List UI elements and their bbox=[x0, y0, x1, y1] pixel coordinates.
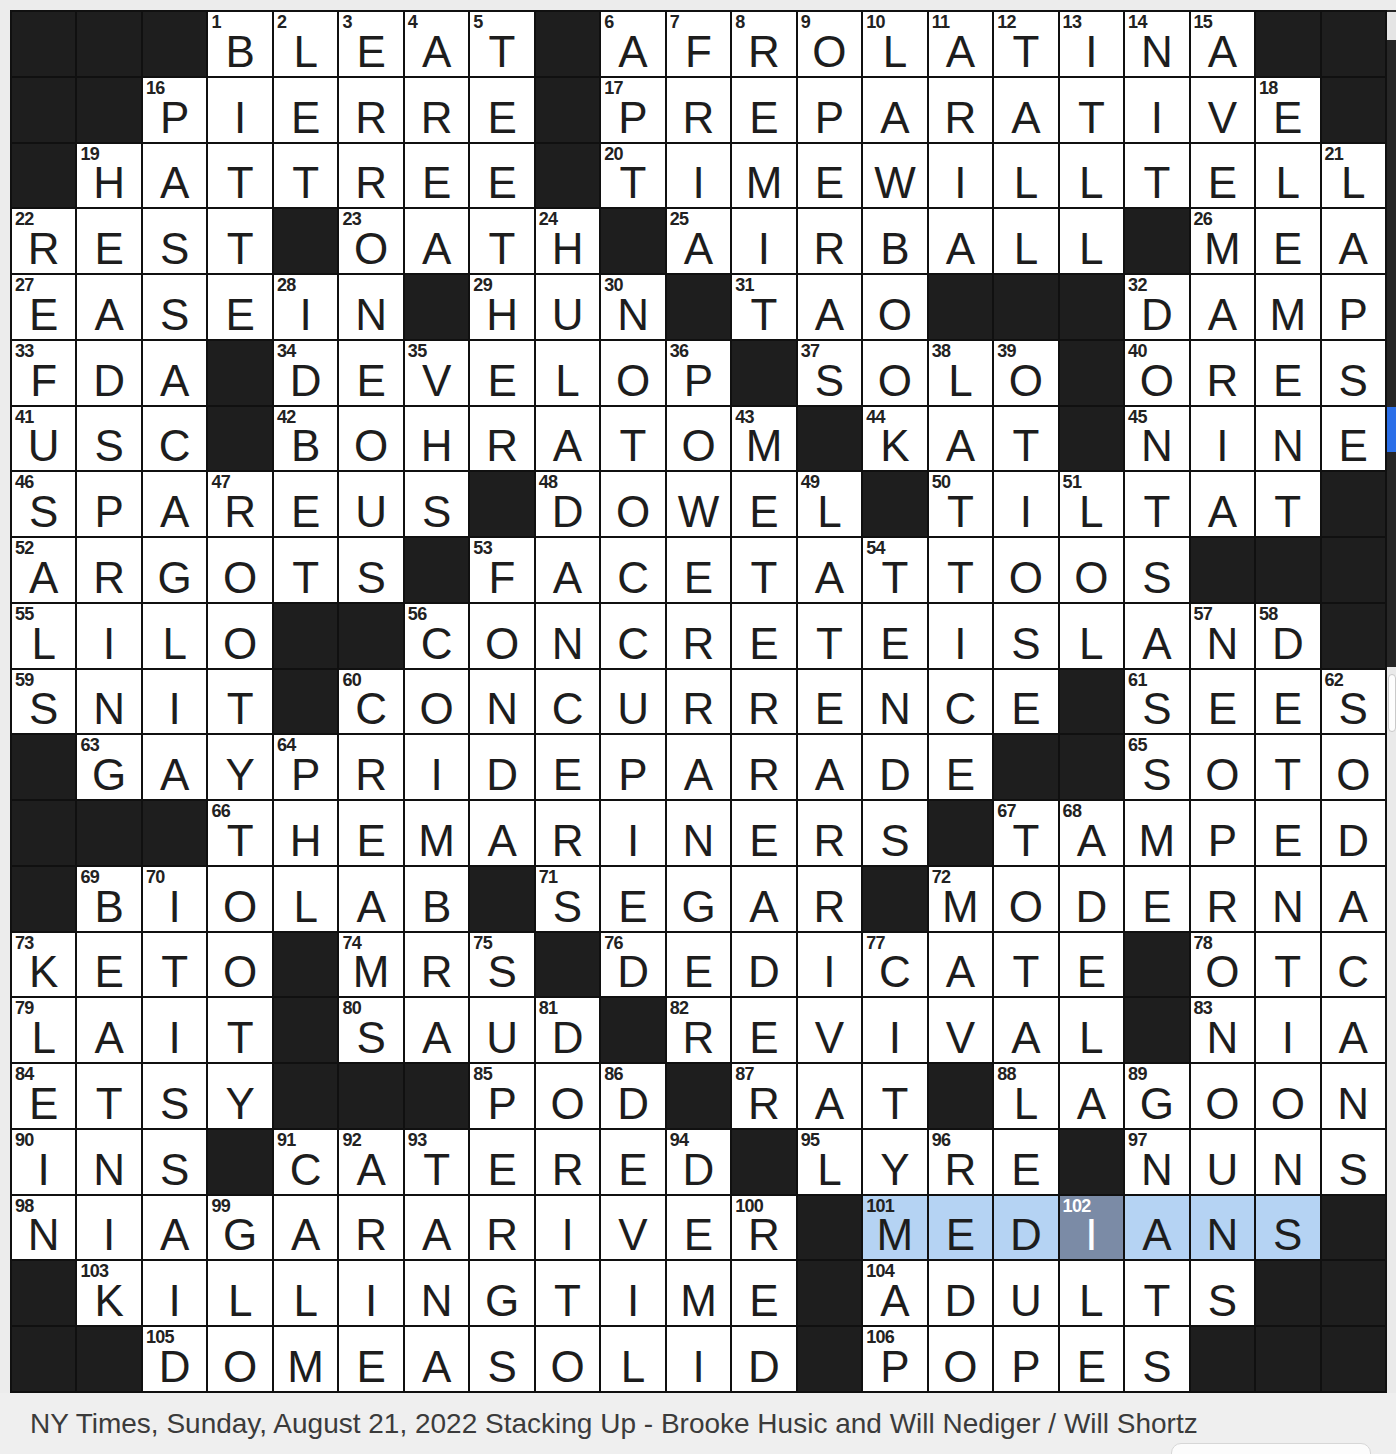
cell-r1c7[interactable]: 4A bbox=[405, 12, 468, 76]
cell-r4c3[interactable]: S bbox=[143, 209, 206, 273]
cell-r11c14[interactable]: N bbox=[863, 670, 926, 734]
cell-r6c21[interactable]: S bbox=[1322, 341, 1385, 405]
cell-r5c1[interactable]: 27E bbox=[12, 275, 75, 339]
cell-r4c12[interactable]: I bbox=[732, 209, 795, 273]
cell-r15c7[interactable]: R bbox=[405, 933, 468, 997]
cell-r11c4[interactable]: T bbox=[208, 670, 271, 734]
cell-r8c5[interactable]: E bbox=[274, 472, 337, 536]
cell-r20c10[interactable]: I bbox=[601, 1261, 664, 1325]
cell-r11c21[interactable]: 62S bbox=[1322, 670, 1385, 734]
cell-r12c7[interactable]: I bbox=[405, 735, 468, 799]
cell-r1c10[interactable]: 6A bbox=[601, 12, 664, 76]
cell-r8c18[interactable]: T bbox=[1125, 472, 1188, 536]
cell-r16c9[interactable]: 81D bbox=[536, 998, 599, 1062]
cell-r15c21[interactable]: C bbox=[1322, 933, 1385, 997]
cell-r3c11[interactable]: I bbox=[667, 144, 730, 208]
cell-r9c14[interactable]: 54T bbox=[863, 538, 926, 602]
cell-r2c18[interactable]: I bbox=[1125, 78, 1188, 142]
cell-r12c15[interactable]: E bbox=[929, 735, 992, 799]
cell-r16c15[interactable]: V bbox=[929, 998, 992, 1062]
cell-r21c16[interactable]: P bbox=[994, 1327, 1057, 1391]
cell-r4c6[interactable]: 23O bbox=[339, 209, 402, 273]
cell-r11c13[interactable]: E bbox=[798, 670, 861, 734]
cell-r18c21[interactable]: S bbox=[1322, 1130, 1385, 1194]
cell-r8c17[interactable]: 51L bbox=[1060, 472, 1123, 536]
cell-r10c19[interactable]: 57N bbox=[1191, 604, 1254, 668]
cell-r10c20[interactable]: 58D bbox=[1256, 604, 1319, 668]
cell-r16c13[interactable]: V bbox=[798, 998, 861, 1062]
cell-r15c14[interactable]: 77C bbox=[863, 933, 926, 997]
cell-r12c2[interactable]: 63G bbox=[77, 735, 140, 799]
cell-r12c19[interactable]: O bbox=[1191, 735, 1254, 799]
cell-r21c11[interactable]: I bbox=[667, 1327, 730, 1391]
cell-r21c5[interactable]: M bbox=[274, 1327, 337, 1391]
cell-r10c10[interactable]: C bbox=[601, 604, 664, 668]
cell-r7c11[interactable]: O bbox=[667, 407, 730, 471]
cell-r18c16[interactable]: E bbox=[994, 1130, 1057, 1194]
cell-r9c10[interactable]: C bbox=[601, 538, 664, 602]
cell-r19c18[interactable]: A bbox=[1125, 1196, 1188, 1260]
cell-r3c14[interactable]: W bbox=[863, 144, 926, 208]
cell-r13c6[interactable]: E bbox=[339, 801, 402, 865]
cell-r13c10[interactable]: I bbox=[601, 801, 664, 865]
cell-r15c17[interactable]: E bbox=[1060, 933, 1123, 997]
cell-r3c10[interactable]: 20T bbox=[601, 144, 664, 208]
cell-r16c6[interactable]: 80S bbox=[339, 998, 402, 1062]
cell-r14c16[interactable]: O bbox=[994, 867, 1057, 931]
cell-r12c6[interactable]: R bbox=[339, 735, 402, 799]
cell-r18c9[interactable]: R bbox=[536, 1130, 599, 1194]
cell-r10c15[interactable]: I bbox=[929, 604, 992, 668]
cell-r8c4[interactable]: 47R bbox=[208, 472, 271, 536]
cell-r15c1[interactable]: 73K bbox=[12, 933, 75, 997]
cell-r14c6[interactable]: A bbox=[339, 867, 402, 931]
cell-r5c9[interactable]: U bbox=[536, 275, 599, 339]
cell-r2c10[interactable]: 17P bbox=[601, 78, 664, 142]
cell-r18c6[interactable]: 92A bbox=[339, 1130, 402, 1194]
cell-r13c12[interactable]: E bbox=[732, 801, 795, 865]
cell-r12c3[interactable]: A bbox=[143, 735, 206, 799]
cell-r3c4[interactable]: T bbox=[208, 144, 271, 208]
cell-r8c3[interactable]: A bbox=[143, 472, 206, 536]
cell-r3c15[interactable]: I bbox=[929, 144, 992, 208]
cell-r21c9[interactable]: O bbox=[536, 1327, 599, 1391]
cell-r19c16[interactable]: D bbox=[994, 1196, 1057, 1260]
cell-r15c19[interactable]: 78O bbox=[1191, 933, 1254, 997]
cell-r8c12[interactable]: E bbox=[732, 472, 795, 536]
cell-r15c2[interactable]: E bbox=[77, 933, 140, 997]
cell-r2c15[interactable]: R bbox=[929, 78, 992, 142]
cell-r14c13[interactable]: R bbox=[798, 867, 861, 931]
cell-r12c10[interactable]: P bbox=[601, 735, 664, 799]
cell-r17c1[interactable]: 84E bbox=[12, 1064, 75, 1128]
cell-r19c19[interactable]: N bbox=[1191, 1196, 1254, 1260]
cell-r3c19[interactable]: E bbox=[1191, 144, 1254, 208]
cell-r7c15[interactable]: A bbox=[929, 407, 992, 471]
cell-r12c11[interactable]: A bbox=[667, 735, 730, 799]
cell-r7c6[interactable]: O bbox=[339, 407, 402, 471]
cell-r21c10[interactable]: L bbox=[601, 1327, 664, 1391]
cell-r4c20[interactable]: E bbox=[1256, 209, 1319, 273]
cell-r13c14[interactable]: S bbox=[863, 801, 926, 865]
cell-r7c20[interactable]: N bbox=[1256, 407, 1319, 471]
cell-r9c4[interactable]: O bbox=[208, 538, 271, 602]
cell-r14c2[interactable]: 69B bbox=[77, 867, 140, 931]
cell-r16c20[interactable]: I bbox=[1256, 998, 1319, 1062]
cell-r7c8[interactable]: R bbox=[470, 407, 533, 471]
cell-r19c17[interactable]: 102I bbox=[1060, 1196, 1123, 1260]
cell-r10c7[interactable]: 56C bbox=[405, 604, 468, 668]
cell-r7c7[interactable]: H bbox=[405, 407, 468, 471]
cell-r20c5[interactable]: L bbox=[274, 1261, 337, 1325]
cell-r15c4[interactable]: O bbox=[208, 933, 271, 997]
cell-r6c9[interactable]: L bbox=[536, 341, 599, 405]
cell-r11c10[interactable]: U bbox=[601, 670, 664, 734]
cell-r3c16[interactable]: L bbox=[994, 144, 1057, 208]
cell-r12c13[interactable]: A bbox=[798, 735, 861, 799]
cell-r3c5[interactable]: T bbox=[274, 144, 337, 208]
cell-r6c2[interactable]: D bbox=[77, 341, 140, 405]
cell-r3c8[interactable]: E bbox=[470, 144, 533, 208]
cell-r4c2[interactable]: E bbox=[77, 209, 140, 273]
cell-r7c2[interactable]: S bbox=[77, 407, 140, 471]
cell-r12c8[interactable]: D bbox=[470, 735, 533, 799]
cell-r7c12[interactable]: 43M bbox=[732, 407, 795, 471]
cell-r5c18[interactable]: 32D bbox=[1125, 275, 1188, 339]
cell-r5c6[interactable]: N bbox=[339, 275, 402, 339]
cell-r11c6[interactable]: 60C bbox=[339, 670, 402, 734]
cell-r16c2[interactable]: A bbox=[77, 998, 140, 1062]
cell-r3c17[interactable]: L bbox=[1060, 144, 1123, 208]
cell-r13c13[interactable]: R bbox=[798, 801, 861, 865]
cell-r16c3[interactable]: I bbox=[143, 998, 206, 1062]
cell-r9c13[interactable]: A bbox=[798, 538, 861, 602]
cell-r2c11[interactable]: R bbox=[667, 78, 730, 142]
cell-r7c1[interactable]: 41U bbox=[12, 407, 75, 471]
crossword-grid[interactable]: 1B2L3E4A5T6A7F8R9O10L11A12T13I14N15A16PI… bbox=[10, 10, 1387, 1393]
cell-r21c6[interactable]: E bbox=[339, 1327, 402, 1391]
cell-r17c8[interactable]: 85P bbox=[470, 1064, 533, 1128]
cell-r14c7[interactable]: B bbox=[405, 867, 468, 931]
cell-r2c3[interactable]: 16P bbox=[143, 78, 206, 142]
cell-r16c7[interactable]: A bbox=[405, 998, 468, 1062]
cell-r10c13[interactable]: T bbox=[798, 604, 861, 668]
cell-r1c11[interactable]: 7F bbox=[667, 12, 730, 76]
cell-r20c18[interactable]: T bbox=[1125, 1261, 1188, 1325]
cell-r5c20[interactable]: M bbox=[1256, 275, 1319, 339]
cell-r15c3[interactable]: T bbox=[143, 933, 206, 997]
cell-r13c11[interactable]: N bbox=[667, 801, 730, 865]
cell-r12c21[interactable]: O bbox=[1322, 735, 1385, 799]
cell-r18c18[interactable]: 97N bbox=[1125, 1130, 1188, 1194]
cell-r15c16[interactable]: T bbox=[994, 933, 1057, 997]
cell-r7c16[interactable]: T bbox=[994, 407, 1057, 471]
cell-r9c12[interactable]: T bbox=[732, 538, 795, 602]
cell-r10c17[interactable]: L bbox=[1060, 604, 1123, 668]
cell-r4c16[interactable]: L bbox=[994, 209, 1057, 273]
cell-r3c3[interactable]: A bbox=[143, 144, 206, 208]
cell-r3c18[interactable]: T bbox=[1125, 144, 1188, 208]
cell-r1c8[interactable]: 5T bbox=[470, 12, 533, 76]
cell-r11c11[interactable]: R bbox=[667, 670, 730, 734]
cell-r6c14[interactable]: O bbox=[863, 341, 926, 405]
cell-r9c16[interactable]: O bbox=[994, 538, 1057, 602]
cell-r3c12[interactable]: M bbox=[732, 144, 795, 208]
cell-r21c14[interactable]: 106P bbox=[863, 1327, 926, 1391]
cell-r20c17[interactable]: L bbox=[1060, 1261, 1123, 1325]
cell-r1c19[interactable]: 15A bbox=[1191, 12, 1254, 76]
cell-r20c15[interactable]: D bbox=[929, 1261, 992, 1325]
cell-r3c6[interactable]: R bbox=[339, 144, 402, 208]
cell-r3c20[interactable]: L bbox=[1256, 144, 1319, 208]
cell-r14c19[interactable]: R bbox=[1191, 867, 1254, 931]
cell-r5c4[interactable]: E bbox=[208, 275, 271, 339]
cell-r17c3[interactable]: S bbox=[143, 1064, 206, 1128]
cell-r3c13[interactable]: E bbox=[798, 144, 861, 208]
cell-r18c5[interactable]: 91C bbox=[274, 1130, 337, 1194]
cell-r2c16[interactable]: A bbox=[994, 78, 1057, 142]
cell-r17c17[interactable]: A bbox=[1060, 1064, 1123, 1128]
cell-r6c3[interactable]: A bbox=[143, 341, 206, 405]
cell-r8c1[interactable]: 46S bbox=[12, 472, 75, 536]
cell-r2c6[interactable]: R bbox=[339, 78, 402, 142]
cell-r12c18[interactable]: 65S bbox=[1125, 735, 1188, 799]
cell-r1c15[interactable]: 11A bbox=[929, 12, 992, 76]
cell-r10c12[interactable]: E bbox=[732, 604, 795, 668]
cell-r1c5[interactable]: 2L bbox=[274, 12, 337, 76]
cell-r21c12[interactable]: D bbox=[732, 1327, 795, 1391]
cell-r6c6[interactable]: E bbox=[339, 341, 402, 405]
cell-r5c8[interactable]: 29H bbox=[470, 275, 533, 339]
cell-r14c18[interactable]: E bbox=[1125, 867, 1188, 931]
cell-r16c19[interactable]: 83N bbox=[1191, 998, 1254, 1062]
cell-r11c9[interactable]: C bbox=[536, 670, 599, 734]
cell-r9c1[interactable]: 52A bbox=[12, 538, 75, 602]
cell-r20c7[interactable]: N bbox=[405, 1261, 468, 1325]
cell-r6c18[interactable]: 40O bbox=[1125, 341, 1188, 405]
cell-r19c14[interactable]: 101M bbox=[863, 1196, 926, 1260]
cell-r10c11[interactable]: R bbox=[667, 604, 730, 668]
cell-r20c11[interactable]: M bbox=[667, 1261, 730, 1325]
cell-r2c4[interactable]: I bbox=[208, 78, 271, 142]
cell-r1c14[interactable]: 10L bbox=[863, 12, 926, 76]
cell-r10c4[interactable]: O bbox=[208, 604, 271, 668]
cell-r1c4[interactable]: 1B bbox=[208, 12, 271, 76]
cell-r15c11[interactable]: E bbox=[667, 933, 730, 997]
cell-r18c7[interactable]: 93T bbox=[405, 1130, 468, 1194]
cell-r4c14[interactable]: B bbox=[863, 209, 926, 273]
cell-r5c19[interactable]: A bbox=[1191, 275, 1254, 339]
cell-r10c14[interactable]: E bbox=[863, 604, 926, 668]
cell-r5c13[interactable]: A bbox=[798, 275, 861, 339]
cell-r21c7[interactable]: A bbox=[405, 1327, 468, 1391]
cell-r20c19[interactable]: S bbox=[1191, 1261, 1254, 1325]
cell-r8c15[interactable]: 50T bbox=[929, 472, 992, 536]
cell-r8c9[interactable]: 48D bbox=[536, 472, 599, 536]
cell-r10c1[interactable]: 55L bbox=[12, 604, 75, 668]
cell-r9c15[interactable]: T bbox=[929, 538, 992, 602]
cell-r5c12[interactable]: 31T bbox=[732, 275, 795, 339]
cell-r2c5[interactable]: E bbox=[274, 78, 337, 142]
cell-r6c16[interactable]: 39O bbox=[994, 341, 1057, 405]
cell-r6c11[interactable]: 36P bbox=[667, 341, 730, 405]
cell-r17c9[interactable]: O bbox=[536, 1064, 599, 1128]
cell-r13c17[interactable]: 68A bbox=[1060, 801, 1123, 865]
cell-r11c2[interactable]: N bbox=[77, 670, 140, 734]
cell-r9c18[interactable]: S bbox=[1125, 538, 1188, 602]
cell-r9c11[interactable]: E bbox=[667, 538, 730, 602]
cell-r4c17[interactable]: L bbox=[1060, 209, 1123, 273]
cell-r19c8[interactable]: R bbox=[470, 1196, 533, 1260]
cell-r19c4[interactable]: 99G bbox=[208, 1196, 271, 1260]
cell-r17c2[interactable]: T bbox=[77, 1064, 140, 1128]
cell-r17c20[interactable]: O bbox=[1256, 1064, 1319, 1128]
cell-r9c8[interactable]: 53F bbox=[470, 538, 533, 602]
cell-r17c18[interactable]: 89G bbox=[1125, 1064, 1188, 1128]
cell-r6c19[interactable]: R bbox=[1191, 341, 1254, 405]
cell-r5c2[interactable]: A bbox=[77, 275, 140, 339]
cell-r21c18[interactable]: S bbox=[1125, 1327, 1188, 1391]
cell-r18c3[interactable]: S bbox=[143, 1130, 206, 1194]
cell-r15c13[interactable]: I bbox=[798, 933, 861, 997]
cell-r18c15[interactable]: 96R bbox=[929, 1130, 992, 1194]
cell-r20c8[interactable]: G bbox=[470, 1261, 533, 1325]
cell-r10c2[interactable]: I bbox=[77, 604, 140, 668]
cell-r20c12[interactable]: E bbox=[732, 1261, 795, 1325]
cell-r19c10[interactable]: V bbox=[601, 1196, 664, 1260]
cell-r18c1[interactable]: 90I bbox=[12, 1130, 75, 1194]
cell-r2c7[interactable]: R bbox=[405, 78, 468, 142]
cell-r16c12[interactable]: E bbox=[732, 998, 795, 1062]
cell-r9c3[interactable]: G bbox=[143, 538, 206, 602]
cell-r18c11[interactable]: 94D bbox=[667, 1130, 730, 1194]
cell-r21c17[interactable]: E bbox=[1060, 1327, 1123, 1391]
cell-r16c14[interactable]: I bbox=[863, 998, 926, 1062]
cell-r11c20[interactable]: E bbox=[1256, 670, 1319, 734]
cell-r6c10[interactable]: O bbox=[601, 341, 664, 405]
cell-r2c12[interactable]: E bbox=[732, 78, 795, 142]
cell-r19c15[interactable]: E bbox=[929, 1196, 992, 1260]
cell-r6c5[interactable]: 34D bbox=[274, 341, 337, 405]
cell-r8c19[interactable]: A bbox=[1191, 472, 1254, 536]
cell-r21c3[interactable]: 105D bbox=[143, 1327, 206, 1391]
cell-r6c13[interactable]: 37S bbox=[798, 341, 861, 405]
cell-r13c4[interactable]: 66T bbox=[208, 801, 271, 865]
cell-r15c6[interactable]: 74M bbox=[339, 933, 402, 997]
cell-r9c17[interactable]: O bbox=[1060, 538, 1123, 602]
cell-r19c12[interactable]: 100R bbox=[732, 1196, 795, 1260]
cell-r13c7[interactable]: M bbox=[405, 801, 468, 865]
cell-r14c9[interactable]: 71S bbox=[536, 867, 599, 931]
cell-r19c5[interactable]: A bbox=[274, 1196, 337, 1260]
cell-r18c13[interactable]: 95L bbox=[798, 1130, 861, 1194]
cell-r9c2[interactable]: R bbox=[77, 538, 140, 602]
cell-r18c20[interactable]: N bbox=[1256, 1130, 1319, 1194]
cell-r4c7[interactable]: A bbox=[405, 209, 468, 273]
cell-r20c9[interactable]: T bbox=[536, 1261, 599, 1325]
cell-r17c19[interactable]: O bbox=[1191, 1064, 1254, 1128]
cell-r14c3[interactable]: 70I bbox=[143, 867, 206, 931]
cell-r7c19[interactable]: I bbox=[1191, 407, 1254, 471]
cell-r18c2[interactable]: N bbox=[77, 1130, 140, 1194]
cell-r19c6[interactable]: R bbox=[339, 1196, 402, 1260]
cell-r7c3[interactable]: C bbox=[143, 407, 206, 471]
cell-r5c5[interactable]: 28I bbox=[274, 275, 337, 339]
cell-r20c2[interactable]: 103K bbox=[77, 1261, 140, 1325]
cell-r5c14[interactable]: O bbox=[863, 275, 926, 339]
cell-r10c3[interactable]: L bbox=[143, 604, 206, 668]
cell-r11c19[interactable]: E bbox=[1191, 670, 1254, 734]
cell-r8c7[interactable]: S bbox=[405, 472, 468, 536]
cell-r11c12[interactable]: R bbox=[732, 670, 795, 734]
cell-r19c2[interactable]: I bbox=[77, 1196, 140, 1260]
cell-r10c9[interactable]: N bbox=[536, 604, 599, 668]
cell-r12c12[interactable]: R bbox=[732, 735, 795, 799]
cell-r16c16[interactable]: A bbox=[994, 998, 1057, 1062]
cell-r1c6[interactable]: 3E bbox=[339, 12, 402, 76]
cell-r14c4[interactable]: O bbox=[208, 867, 271, 931]
cell-r10c18[interactable]: A bbox=[1125, 604, 1188, 668]
cell-r15c12[interactable]: D bbox=[732, 933, 795, 997]
cell-r13c8[interactable]: A bbox=[470, 801, 533, 865]
cell-r16c21[interactable]: A bbox=[1322, 998, 1385, 1062]
cell-r12c14[interactable]: D bbox=[863, 735, 926, 799]
cell-r5c3[interactable]: S bbox=[143, 275, 206, 339]
cell-r11c8[interactable]: N bbox=[470, 670, 533, 734]
cell-r4c15[interactable]: A bbox=[929, 209, 992, 273]
cell-r16c17[interactable]: L bbox=[1060, 998, 1123, 1062]
cell-r10c8[interactable]: O bbox=[470, 604, 533, 668]
cell-r3c21[interactable]: 21L bbox=[1322, 144, 1385, 208]
cell-r14c17[interactable]: D bbox=[1060, 867, 1123, 931]
cell-r5c10[interactable]: 30N bbox=[601, 275, 664, 339]
cell-r13c19[interactable]: P bbox=[1191, 801, 1254, 865]
cell-r16c4[interactable]: T bbox=[208, 998, 271, 1062]
cell-r7c5[interactable]: 42B bbox=[274, 407, 337, 471]
cell-r1c18[interactable]: 14N bbox=[1125, 12, 1188, 76]
cell-r9c9[interactable]: A bbox=[536, 538, 599, 602]
cell-r17c4[interactable]: Y bbox=[208, 1064, 271, 1128]
cell-r8c11[interactable]: W bbox=[667, 472, 730, 536]
cell-r18c10[interactable]: E bbox=[601, 1130, 664, 1194]
cell-r14c11[interactable]: G bbox=[667, 867, 730, 931]
cell-r2c8[interactable]: E bbox=[470, 78, 533, 142]
cell-r15c15[interactable]: A bbox=[929, 933, 992, 997]
cell-r1c16[interactable]: 12T bbox=[994, 12, 1057, 76]
cell-r8c20[interactable]: T bbox=[1256, 472, 1319, 536]
cell-r6c20[interactable]: E bbox=[1256, 341, 1319, 405]
cell-r11c7[interactable]: O bbox=[405, 670, 468, 734]
cell-r14c10[interactable]: E bbox=[601, 867, 664, 931]
cell-r8c6[interactable]: U bbox=[339, 472, 402, 536]
cell-r8c10[interactable]: O bbox=[601, 472, 664, 536]
cell-r4c11[interactable]: 25A bbox=[667, 209, 730, 273]
cell-r6c15[interactable]: 38L bbox=[929, 341, 992, 405]
cell-r18c19[interactable]: U bbox=[1191, 1130, 1254, 1194]
cell-r9c5[interactable]: T bbox=[274, 538, 337, 602]
cell-r21c8[interactable]: S bbox=[470, 1327, 533, 1391]
cell-r4c4[interactable]: T bbox=[208, 209, 271, 273]
cell-r20c16[interactable]: U bbox=[994, 1261, 1057, 1325]
cell-r7c18[interactable]: 45N bbox=[1125, 407, 1188, 471]
cell-r3c7[interactable]: E bbox=[405, 144, 468, 208]
cell-r8c13[interactable]: 49L bbox=[798, 472, 861, 536]
cell-r12c5[interactable]: 64P bbox=[274, 735, 337, 799]
cell-r13c16[interactable]: 67T bbox=[994, 801, 1057, 865]
cell-r16c8[interactable]: U bbox=[470, 998, 533, 1062]
cell-r12c4[interactable]: Y bbox=[208, 735, 271, 799]
cell-r12c9[interactable]: E bbox=[536, 735, 599, 799]
